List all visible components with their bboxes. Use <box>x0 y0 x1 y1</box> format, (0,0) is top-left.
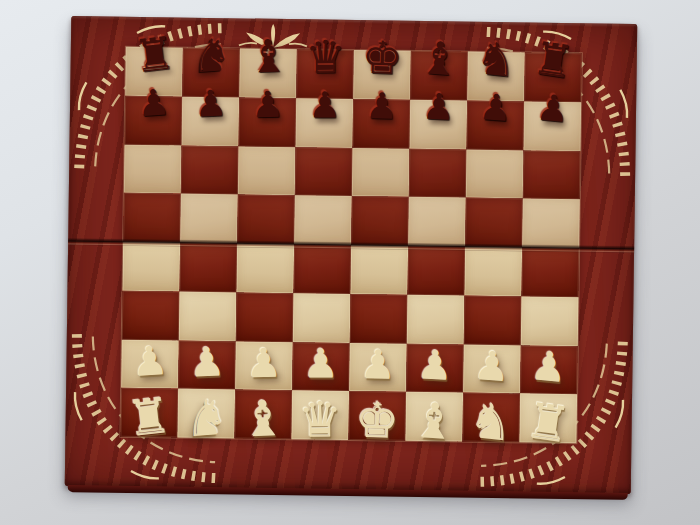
square-c3[interactable] <box>236 292 294 342</box>
square-c2[interactable]: ♟ <box>235 341 293 391</box>
square-e1[interactable]: ♚ <box>348 391 406 441</box>
square-g3[interactable] <box>464 295 522 345</box>
square-f6[interactable] <box>409 148 467 198</box>
piece-white-rook[interactable]: ♜ <box>118 390 180 445</box>
square-c7[interactable]: ♟ <box>239 97 297 147</box>
piece-white-knight[interactable]: ♞ <box>460 395 522 450</box>
square-b2[interactable]: ♟ <box>178 340 236 390</box>
square-b3[interactable] <box>179 291 237 341</box>
square-a6[interactable] <box>124 144 182 194</box>
square-e3[interactable] <box>350 294 408 344</box>
square-d3[interactable] <box>293 293 351 343</box>
square-c6[interactable] <box>238 146 296 196</box>
piece-black-bishop[interactable]: ♝ <box>239 33 298 80</box>
square-c5[interactable] <box>237 195 295 245</box>
piece-black-pawn[interactable]: ♟ <box>239 86 297 123</box>
piece-black-pawn[interactable]: ♟ <box>296 87 353 123</box>
square-f7[interactable]: ♟ <box>409 100 467 150</box>
square-c4[interactable] <box>236 243 294 293</box>
piece-black-pawn[interactable]: ♟ <box>409 88 468 127</box>
piece-black-pawn[interactable]: ♟ <box>124 83 183 123</box>
square-e7[interactable]: ♟ <box>353 99 411 149</box>
square-g5[interactable] <box>465 198 523 248</box>
piece-black-pawn[interactable]: ♟ <box>181 85 240 123</box>
piece-white-pawn[interactable]: ♟ <box>462 343 522 387</box>
piece-white-queen[interactable]: ♛ <box>292 396 349 445</box>
square-h4[interactable] <box>521 247 579 297</box>
square-h7[interactable]: ♟ <box>523 101 581 151</box>
square-e4[interactable] <box>350 245 408 295</box>
piece-black-pawn[interactable]: ♟ <box>353 87 411 124</box>
square-a4[interactable] <box>122 242 180 292</box>
square-f3[interactable] <box>407 295 465 345</box>
piece-white-pawn[interactable]: ♟ <box>178 340 237 382</box>
square-g2[interactable]: ♟ <box>463 344 521 394</box>
square-g1[interactable]: ♞ <box>462 393 520 443</box>
piece-black-pawn[interactable]: ♟ <box>523 88 583 129</box>
square-h3[interactable] <box>521 296 579 346</box>
square-g6[interactable] <box>466 149 524 199</box>
square-a5[interactable] <box>123 193 181 243</box>
square-a7[interactable]: ♟ <box>125 96 183 146</box>
piece-black-knight[interactable]: ♞ <box>181 31 241 80</box>
square-e5[interactable] <box>351 196 409 246</box>
square-g4[interactable] <box>464 247 522 297</box>
square-e2[interactable]: ♟ <box>349 342 407 392</box>
square-d1[interactable]: ♛ <box>291 390 349 440</box>
square-d7[interactable]: ♟ <box>296 98 354 148</box>
piece-white-pawn[interactable]: ♟ <box>406 343 465 386</box>
piece-black-knight[interactable]: ♞ <box>466 34 527 85</box>
square-a3[interactable] <box>122 291 180 341</box>
chess-board: ♜♞♝♛♚♝♞♜♟♟♟♟♟♟♟♟♟♟♟♟♟♟♟♟♜♞♝♛♚♝♞♜ <box>65 16 638 494</box>
piece-white-bishop[interactable]: ♝ <box>234 394 293 445</box>
square-h1[interactable]: ♜ <box>519 394 577 444</box>
square-d6[interactable] <box>295 147 353 197</box>
square-h5[interactable] <box>522 199 580 249</box>
square-b1[interactable]: ♞ <box>177 389 235 439</box>
square-f2[interactable]: ♟ <box>406 343 464 393</box>
piece-black-pawn[interactable]: ♟ <box>466 88 525 128</box>
piece-white-pawn[interactable]: ♟ <box>292 343 349 383</box>
piece-white-knight[interactable]: ♞ <box>176 392 237 445</box>
piece-white-pawn[interactable]: ♟ <box>519 344 579 389</box>
piece-black-queen[interactable]: ♛ <box>297 34 354 79</box>
piece-black-king[interactable]: ♚ <box>353 34 411 81</box>
square-d5[interactable] <box>294 195 352 245</box>
piece-black-rook[interactable]: ♜ <box>123 29 185 80</box>
square-a1[interactable]: ♜ <box>120 388 178 438</box>
square-a2[interactable]: ♟ <box>121 339 179 389</box>
square-h2[interactable]: ♟ <box>520 345 578 395</box>
piece-black-rook[interactable]: ♜ <box>522 34 585 87</box>
square-f5[interactable] <box>408 197 466 247</box>
piece-white-rook[interactable]: ♜ <box>516 395 579 452</box>
square-g7[interactable]: ♟ <box>466 100 524 150</box>
square-f1[interactable]: ♝ <box>405 392 463 442</box>
piece-white-king[interactable]: ♚ <box>348 396 407 447</box>
square-b7[interactable]: ♟ <box>182 96 240 146</box>
square-b6[interactable] <box>181 145 239 195</box>
square-f4[interactable] <box>407 246 465 296</box>
square-b5[interactable] <box>180 194 238 244</box>
square-c1[interactable]: ♝ <box>234 390 292 440</box>
square-b4[interactable] <box>179 243 237 293</box>
piece-black-bishop[interactable]: ♝ <box>409 34 469 83</box>
square-d4[interactable] <box>293 244 351 294</box>
piece-white-pawn[interactable]: ♟ <box>235 342 293 383</box>
photo-background: ♜♞♝♛♚♝♞♜♟♟♟♟♟♟♟♟♟♟♟♟♟♟♟♟♜♞♝♛♚♝♞♜ <box>0 0 700 525</box>
piece-white-pawn[interactable]: ♟ <box>120 339 179 383</box>
piece-white-pawn[interactable]: ♟ <box>349 343 407 384</box>
square-d2[interactable]: ♟ <box>292 342 350 392</box>
piece-white-bishop[interactable]: ♝ <box>404 395 464 448</box>
square-h6[interactable] <box>523 150 581 200</box>
square-e6[interactable] <box>352 148 410 198</box>
